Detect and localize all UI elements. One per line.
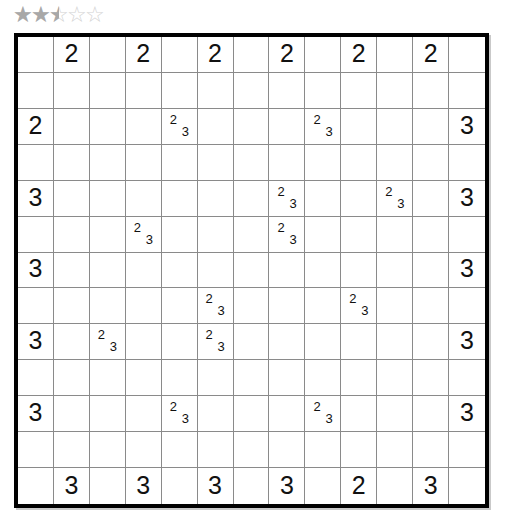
cell-r3c10[interactable] [341, 109, 377, 145]
cell-r7c2[interactable] [54, 253, 90, 289]
cell-r7c3[interactable] [90, 253, 126, 289]
cell-r6c11[interactable] [377, 217, 413, 253]
cell-r11c9: 23 [305, 396, 341, 432]
cell-r10c11[interactable] [377, 360, 413, 396]
tapa-clue-single: 2 [208, 41, 222, 66]
cell-r3c11[interactable] [377, 109, 413, 145]
star-outline-glyph: ☆ [67, 3, 87, 27]
cell-r1c12: 2 [413, 37, 449, 73]
tapa-clue-pair-second: 3 [361, 304, 368, 317]
cell-r11c10[interactable] [341, 396, 377, 432]
cell-r5c13: 3 [449, 181, 485, 217]
cell-r13c5[interactable] [162, 468, 198, 504]
tapa-clue-pair-second: 3 [289, 233, 296, 246]
tapa-clue-pair-second: 3 [218, 304, 225, 317]
cell-r7c11[interactable] [377, 253, 413, 289]
cell-r2c3[interactable] [90, 73, 126, 109]
cell-r11c3[interactable] [90, 396, 126, 432]
cell-r12c13[interactable] [449, 432, 485, 468]
cell-r12c4[interactable] [126, 432, 162, 468]
cell-r4c8[interactable] [269, 145, 305, 181]
cell-r8c2[interactable] [54, 288, 90, 324]
cell-r9c4[interactable] [126, 324, 162, 360]
cell-r8c13[interactable] [449, 288, 485, 324]
cell-r3c5: 23 [162, 109, 198, 145]
cell-r6c4: 23 [126, 217, 162, 253]
cell-r8c7[interactable] [234, 288, 270, 324]
tapa-clue-single: 2 [424, 41, 438, 66]
cell-r8c1[interactable] [18, 288, 54, 324]
cell-r13c11[interactable] [377, 468, 413, 504]
star-empty-icon: ☆ [85, 3, 104, 27]
cell-r12c5[interactable] [162, 432, 198, 468]
cell-r2c2[interactable] [54, 73, 90, 109]
cell-r13c2: 3 [54, 468, 90, 504]
cell-r12c6[interactable] [198, 432, 234, 468]
tapa-clue-pair-first: 2 [277, 221, 284, 234]
cell-r10c6[interactable] [198, 360, 234, 396]
cell-r3c7[interactable] [234, 109, 270, 145]
cell-r5c5[interactable] [162, 181, 198, 217]
cell-r11c1: 3 [18, 396, 54, 432]
tapa-clue-pair-second: 3 [218, 340, 225, 353]
cell-r6c7[interactable] [234, 217, 270, 253]
cell-r13c8: 3 [269, 468, 305, 504]
tapa-clue-pair-second: 3 [289, 197, 296, 210]
cell-r9c2[interactable] [54, 324, 90, 360]
cell-r1c6: 2 [198, 37, 234, 73]
cell-r11c7[interactable] [234, 396, 270, 432]
tapa-clue-single: 3 [460, 256, 474, 281]
cell-r1c4: 2 [126, 37, 162, 73]
cell-r1c7[interactable] [234, 37, 270, 73]
cell-r3c3[interactable] [90, 109, 126, 145]
tapa-clue-pair-second: 3 [182, 125, 189, 138]
cell-r13c9[interactable] [305, 468, 341, 504]
tapa-clue-pair-second: 3 [325, 125, 332, 138]
tapa-clue-single: 3 [29, 400, 43, 425]
cell-r6c10[interactable] [341, 217, 377, 253]
tapa-clue-single: 3 [136, 473, 150, 498]
cell-r3c1: 2 [18, 109, 54, 145]
tapa-clue-single: 3 [424, 473, 438, 498]
tapa-clue-single: 3 [460, 400, 474, 425]
page: ☆★☆★☆★☆☆ 2222222232333232332323332323323… [0, 0, 505, 523]
cell-r9c10[interactable] [341, 324, 377, 360]
cell-r7c7[interactable] [234, 253, 270, 289]
difficulty-rating: ☆★☆★☆★☆☆ [13, 2, 103, 28]
cell-r1c5[interactable] [162, 37, 198, 73]
cell-r4c1[interactable] [18, 145, 54, 181]
star-empty-icon: ☆ [67, 3, 86, 27]
cell-r10c7[interactable] [234, 360, 270, 396]
cell-r2c6[interactable] [198, 73, 234, 109]
cell-r5c7[interactable] [234, 181, 270, 217]
cell-r4c9[interactable] [305, 145, 341, 181]
cell-r6c8: 23 [269, 217, 305, 253]
cell-r7c6[interactable] [198, 253, 234, 289]
cell-r9c5[interactable] [162, 324, 198, 360]
cell-r11c6[interactable] [198, 396, 234, 432]
cell-r2c13[interactable] [449, 73, 485, 109]
cell-r7c13: 3 [449, 253, 485, 289]
cell-r13c13[interactable] [449, 468, 485, 504]
cell-r10c2[interactable] [54, 360, 90, 396]
cell-r10c12[interactable] [413, 360, 449, 396]
cell-r1c11[interactable] [377, 37, 413, 73]
puzzle-grid: 2222222232333232332323332323323233323233… [14, 33, 489, 508]
cell-r11c2[interactable] [54, 396, 90, 432]
tapa-clue-pair-first: 2 [134, 221, 141, 234]
cell-r6c13[interactable] [449, 217, 485, 253]
tapa-clue-pair-first: 2 [385, 185, 392, 198]
tapa-clue-single: 3 [460, 185, 474, 210]
tapa-clue-pair-second: 3 [110, 340, 117, 353]
cell-r12c2[interactable] [54, 432, 90, 468]
star-fill-glyph: ★ [49, 3, 59, 27]
star-outline-glyph: ☆ [85, 3, 105, 27]
cell-r4c6[interactable] [198, 145, 234, 181]
cell-r9c13: 3 [449, 324, 485, 360]
tapa-clue-single: 2 [64, 41, 78, 66]
tapa-clue-single: 3 [208, 473, 222, 498]
cell-r2c7[interactable] [234, 73, 270, 109]
cell-r11c8[interactable] [269, 396, 305, 432]
cell-r8c10: 23 [341, 288, 377, 324]
cell-r13c10: 2 [341, 468, 377, 504]
cell-r2c10[interactable] [341, 73, 377, 109]
tapa-clue-single: 2 [29, 113, 43, 138]
tapa-clue-single: 2 [352, 473, 366, 498]
cell-r13c3[interactable] [90, 468, 126, 504]
cell-r9c11[interactable] [377, 324, 413, 360]
cell-r12c1[interactable] [18, 432, 54, 468]
cell-r1c9[interactable] [305, 37, 341, 73]
cell-r7c1: 3 [18, 253, 54, 289]
cell-r8c11[interactable] [377, 288, 413, 324]
tapa-clue-single: 2 [280, 41, 294, 66]
cell-r2c11[interactable] [377, 73, 413, 109]
cell-r8c4[interactable] [126, 288, 162, 324]
tapa-clue-pair-first: 2 [277, 185, 284, 198]
cell-r6c9[interactable] [305, 217, 341, 253]
cell-r5c12[interactable] [413, 181, 449, 217]
cell-r8c5[interactable] [162, 288, 198, 324]
cell-r6c6[interactable] [198, 217, 234, 253]
tapa-clue-single: 3 [280, 473, 294, 498]
cell-r4c11[interactable] [377, 145, 413, 181]
cell-r10c1[interactable] [18, 360, 54, 396]
tapa-clue-single: 3 [29, 256, 43, 281]
cell-r8c6: 23 [198, 288, 234, 324]
tapa-clue-pair-second: 3 [325, 412, 332, 425]
cell-r5c9[interactable] [305, 181, 341, 217]
cell-r7c10[interactable] [341, 253, 377, 289]
cell-r10c4[interactable] [126, 360, 162, 396]
cell-r13c12: 3 [413, 468, 449, 504]
tapa-clue-single: 3 [460, 113, 474, 138]
cell-r2c1[interactable] [18, 73, 54, 109]
cell-r9c9[interactable] [305, 324, 341, 360]
star-filled-icon: ☆★ [31, 3, 50, 27]
tapa-clue-pair-first: 2 [206, 328, 213, 341]
cell-r10c10[interactable] [341, 360, 377, 396]
cell-r9c12[interactable] [413, 324, 449, 360]
cell-r12c7[interactable] [234, 432, 270, 468]
cell-r1c2: 2 [54, 37, 90, 73]
cell-r3c8[interactable] [269, 109, 305, 145]
cell-r1c13[interactable] [449, 37, 485, 73]
cell-r1c10: 2 [341, 37, 377, 73]
cell-r6c5[interactable] [162, 217, 198, 253]
star-filled-icon: ☆★ [13, 3, 32, 27]
cell-r3c6[interactable] [198, 109, 234, 145]
cell-r5c8: 23 [269, 181, 305, 217]
cell-r4c13[interactable] [449, 145, 485, 181]
tapa-clue-single: 3 [29, 328, 43, 353]
cell-r7c8[interactable] [269, 253, 305, 289]
tapa-clue-pair-first: 2 [313, 400, 320, 413]
cell-r10c3[interactable] [90, 360, 126, 396]
cell-r12c10[interactable] [341, 432, 377, 468]
cell-r10c8[interactable] [269, 360, 305, 396]
cell-r9c7[interactable] [234, 324, 270, 360]
cell-r10c13[interactable] [449, 360, 485, 396]
cell-r6c3[interactable] [90, 217, 126, 253]
cell-r11c4[interactable] [126, 396, 162, 432]
star-fill-glyph: ★ [31, 3, 50, 27]
cell-r8c8[interactable] [269, 288, 305, 324]
cell-r9c8[interactable] [269, 324, 305, 360]
tapa-clue-pair-first: 2 [170, 400, 177, 413]
cell-r7c5[interactable] [162, 253, 198, 289]
tapa-clue-single: 3 [64, 473, 78, 498]
tapa-clue-pair-second: 3 [397, 197, 404, 210]
tapa-clue-pair-second: 3 [146, 233, 153, 246]
cell-r3c4[interactable] [126, 109, 162, 145]
cell-r5c11: 23 [377, 181, 413, 217]
cell-r11c11[interactable] [377, 396, 413, 432]
cell-r13c4: 3 [126, 468, 162, 504]
tapa-clue-single: 3 [460, 328, 474, 353]
cell-r6c1[interactable] [18, 217, 54, 253]
cell-r2c4[interactable] [126, 73, 162, 109]
cell-r5c6[interactable] [198, 181, 234, 217]
cell-r13c1[interactable] [18, 468, 54, 504]
cell-r13c6: 3 [198, 468, 234, 504]
tapa-clue-single: 3 [29, 185, 43, 210]
cell-r13c7[interactable] [234, 468, 270, 504]
tapa-clue-pair-second: 3 [182, 412, 189, 425]
tapa-clue-pair-first: 2 [170, 113, 177, 126]
cell-r4c2[interactable] [54, 145, 90, 181]
cell-r3c13: 3 [449, 109, 485, 145]
cell-r2c5[interactable] [162, 73, 198, 109]
cell-r10c9[interactable] [305, 360, 341, 396]
cell-r7c4[interactable] [126, 253, 162, 289]
cell-r6c12[interactable] [413, 217, 449, 253]
tapa-clue-single: 2 [136, 41, 150, 66]
tapa-clue-pair-first: 2 [313, 113, 320, 126]
cell-r12c12[interactable] [413, 432, 449, 468]
cell-r4c3[interactable] [90, 145, 126, 181]
cell-r12c3[interactable] [90, 432, 126, 468]
cell-r9c3: 23 [90, 324, 126, 360]
cell-r1c3[interactable] [90, 37, 126, 73]
cell-r4c7[interactable] [234, 145, 270, 181]
star-fill-glyph: ★ [13, 3, 32, 27]
cell-r10c5[interactable] [162, 360, 198, 396]
cell-r5c10[interactable] [341, 181, 377, 217]
cell-r2c9[interactable] [305, 73, 341, 109]
cell-r1c1[interactable] [18, 37, 54, 73]
cell-r12c9[interactable] [305, 432, 341, 468]
tapa-clue-pair-first: 2 [98, 328, 105, 341]
cell-r5c2[interactable] [54, 181, 90, 217]
cell-r2c8[interactable] [269, 73, 305, 109]
cell-r9c6: 23 [198, 324, 234, 360]
cell-r3c12[interactable] [413, 109, 449, 145]
cell-r2c12[interactable] [413, 73, 449, 109]
cell-r11c5: 23 [162, 396, 198, 432]
tapa-clue-pair-first: 2 [349, 292, 356, 305]
cell-r12c11[interactable] [377, 432, 413, 468]
cell-r5c1: 3 [18, 181, 54, 217]
cell-r4c4[interactable] [126, 145, 162, 181]
cell-r6c2[interactable] [54, 217, 90, 253]
cell-r7c9[interactable] [305, 253, 341, 289]
cell-r11c12[interactable] [413, 396, 449, 432]
cell-r8c9[interactable] [305, 288, 341, 324]
tapa-clue-single: 2 [352, 41, 366, 66]
cell-r5c4[interactable] [126, 181, 162, 217]
cell-r3c9: 23 [305, 109, 341, 145]
cell-r4c10[interactable] [341, 145, 377, 181]
cell-r8c12[interactable] [413, 288, 449, 324]
tapa-clue-pair-first: 2 [206, 292, 213, 305]
cell-r1c8: 2 [269, 37, 305, 73]
cell-r7c12[interactable] [413, 253, 449, 289]
cell-r11c13: 3 [449, 396, 485, 432]
star-half-icon: ☆★ [49, 3, 68, 27]
cell-r3c2[interactable] [54, 109, 90, 145]
cell-r12c8[interactable] [269, 432, 305, 468]
cell-r4c12[interactable] [413, 145, 449, 181]
cell-r4c5[interactable] [162, 145, 198, 181]
cell-r9c1: 3 [18, 324, 54, 360]
cell-r5c3[interactable] [90, 181, 126, 217]
cell-r8c3[interactable] [90, 288, 126, 324]
